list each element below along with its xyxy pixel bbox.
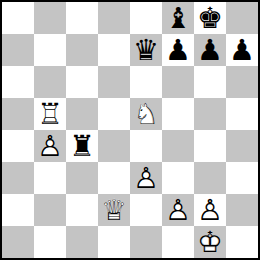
black-rook-piece: ♜ <box>66 130 98 162</box>
white-knight-piece: ♞♘ <box>130 98 162 130</box>
piece-outline-glyph: ♙ <box>162 194 194 226</box>
square-g6[interactable] <box>194 66 226 98</box>
white-pawn-piece: ♟♙ <box>34 130 66 162</box>
square-c1[interactable] <box>66 226 98 258</box>
square-f8[interactable]: ♝ <box>162 2 194 34</box>
square-b3[interactable] <box>34 162 66 194</box>
square-a1[interactable] <box>2 226 34 258</box>
square-d7[interactable] <box>98 34 130 66</box>
square-e8[interactable] <box>130 2 162 34</box>
square-b1[interactable] <box>34 226 66 258</box>
square-e4[interactable] <box>130 130 162 162</box>
square-a5[interactable] <box>2 98 34 130</box>
square-h3[interactable] <box>226 162 258 194</box>
square-d2[interactable]: ♛♕ <box>98 194 130 226</box>
black-pawn-piece: ♟ <box>194 34 226 66</box>
white-queen-piece: ♛♕ <box>98 194 130 226</box>
piece-fill-glyph: ♟ <box>130 162 162 194</box>
black-bishop-piece: ♝ <box>162 2 194 34</box>
square-g8[interactable]: ♚ <box>194 2 226 34</box>
square-b7[interactable] <box>34 34 66 66</box>
square-b6[interactable] <box>34 66 66 98</box>
square-e3[interactable]: ♟♙ <box>130 162 162 194</box>
piece-outline-glyph: ♕ <box>98 194 130 226</box>
square-c5[interactable] <box>66 98 98 130</box>
square-h4[interactable] <box>226 130 258 162</box>
piece-solid-glyph: ♚ <box>194 2 226 34</box>
white-pawn-piece: ♟♙ <box>194 194 226 226</box>
square-a3[interactable] <box>2 162 34 194</box>
square-a8[interactable] <box>2 2 34 34</box>
piece-outline-glyph: ♔ <box>194 226 226 258</box>
square-h6[interactable] <box>226 66 258 98</box>
piece-outline-glyph: ♖ <box>34 98 66 130</box>
square-f2[interactable]: ♟♙ <box>162 194 194 226</box>
square-a7[interactable] <box>2 34 34 66</box>
piece-fill-glyph: ♟ <box>162 194 194 226</box>
piece-outline-glyph: ♘ <box>130 98 162 130</box>
square-c8[interactable] <box>66 2 98 34</box>
square-c6[interactable] <box>66 66 98 98</box>
square-h2[interactable] <box>226 194 258 226</box>
piece-fill-glyph: ♟ <box>34 130 66 162</box>
piece-fill-glyph: ♚ <box>194 226 226 258</box>
square-g5[interactable] <box>194 98 226 130</box>
square-f1[interactable] <box>162 226 194 258</box>
black-king-piece: ♚ <box>194 2 226 34</box>
square-a2[interactable] <box>2 194 34 226</box>
piece-outline-glyph: ♙ <box>130 162 162 194</box>
square-f5[interactable] <box>162 98 194 130</box>
piece-outline-glyph: ♙ <box>34 130 66 162</box>
square-d8[interactable] <box>98 2 130 34</box>
piece-solid-glyph: ♟ <box>162 34 194 66</box>
square-f7[interactable]: ♟ <box>162 34 194 66</box>
square-g3[interactable] <box>194 162 226 194</box>
white-pawn-piece: ♟♙ <box>130 162 162 194</box>
square-d6[interactable] <box>98 66 130 98</box>
square-d1[interactable] <box>98 226 130 258</box>
square-e1[interactable] <box>130 226 162 258</box>
white-king-piece: ♚♔ <box>194 226 226 258</box>
white-pawn-piece: ♟♙ <box>162 194 194 226</box>
square-d3[interactable] <box>98 162 130 194</box>
square-a4[interactable] <box>2 130 34 162</box>
piece-solid-glyph: ♛ <box>130 34 162 66</box>
square-b8[interactable] <box>34 2 66 34</box>
square-h5[interactable] <box>226 98 258 130</box>
piece-fill-glyph: ♛ <box>98 194 130 226</box>
square-e7[interactable]: ♛ <box>130 34 162 66</box>
black-pawn-piece: ♟ <box>226 34 258 66</box>
square-g4[interactable] <box>194 130 226 162</box>
black-queen-piece: ♛ <box>130 34 162 66</box>
square-h7[interactable]: ♟ <box>226 34 258 66</box>
white-rook-piece: ♜♖ <box>34 98 66 130</box>
piece-outline-glyph: ♙ <box>194 194 226 226</box>
chess-board: ♝♚♛♟♟♟♜♖♞♘♟♙♜♟♙♛♕♟♙♟♙♚♔ <box>0 0 260 260</box>
square-f4[interactable] <box>162 130 194 162</box>
square-e5[interactable]: ♞♘ <box>130 98 162 130</box>
square-b4[interactable]: ♟♙ <box>34 130 66 162</box>
square-a6[interactable] <box>2 66 34 98</box>
piece-fill-glyph: ♜ <box>34 98 66 130</box>
piece-solid-glyph: ♝ <box>162 2 194 34</box>
black-pawn-piece: ♟ <box>162 34 194 66</box>
square-c2[interactable] <box>66 194 98 226</box>
square-h8[interactable] <box>226 2 258 34</box>
square-f3[interactable] <box>162 162 194 194</box>
square-e2[interactable] <box>130 194 162 226</box>
square-g2[interactable]: ♟♙ <box>194 194 226 226</box>
piece-solid-glyph: ♟ <box>194 34 226 66</box>
piece-solid-glyph: ♟ <box>226 34 258 66</box>
square-d4[interactable] <box>98 130 130 162</box>
square-f6[interactable] <box>162 66 194 98</box>
square-c3[interactable] <box>66 162 98 194</box>
square-c4[interactable]: ♜ <box>66 130 98 162</box>
piece-solid-glyph: ♜ <box>66 130 98 162</box>
square-e6[interactable] <box>130 66 162 98</box>
square-d5[interactable] <box>98 98 130 130</box>
square-h1[interactable] <box>226 226 258 258</box>
piece-fill-glyph: ♟ <box>194 194 226 226</box>
square-g7[interactable]: ♟ <box>194 34 226 66</box>
square-b5[interactable]: ♜♖ <box>34 98 66 130</box>
square-c7[interactable] <box>66 34 98 66</box>
square-g1[interactable]: ♚♔ <box>194 226 226 258</box>
piece-fill-glyph: ♞ <box>130 98 162 130</box>
square-b2[interactable] <box>34 194 66 226</box>
